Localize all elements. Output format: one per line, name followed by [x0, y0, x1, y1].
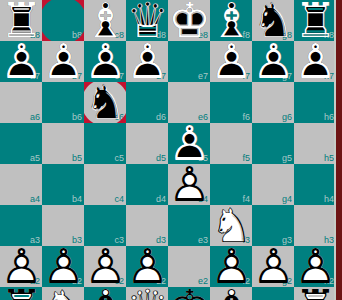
square-f5[interactable]: f5: [210, 123, 252, 164]
square-c2[interactable]: c2♟♙: [84, 246, 126, 287]
square-coordinate-label: g4: [282, 195, 292, 204]
square-c3[interactable]: c3: [84, 205, 126, 246]
square-d5[interactable]: d5: [126, 123, 168, 164]
square-coordinate-label: a7: [30, 72, 40, 81]
square-a7[interactable]: a7♟♙: [0, 41, 42, 82]
square-d2[interactable]: d2♟♙: [126, 246, 168, 287]
square-coordinate-label: h7: [324, 72, 334, 81]
piece-glyph-outline: ♗: [84, 287, 127, 300]
square-coordinate-label: d8: [156, 31, 166, 40]
square-h6[interactable]: h6: [294, 82, 336, 123]
square-coordinate-label: b4: [72, 195, 82, 204]
square-e1[interactable]: e1♚♔: [168, 287, 210, 300]
square-b7[interactable]: b7♟♙: [42, 41, 84, 82]
square-g6[interactable]: g6: [252, 82, 294, 123]
square-coordinate-label: a5: [30, 154, 40, 163]
square-coordinate-label: b7: [72, 72, 82, 81]
square-c8[interactable]: c8♝♗: [84, 0, 126, 41]
square-f1[interactable]: f1♝♗: [210, 287, 252, 300]
square-coordinate-label: h4: [324, 195, 334, 204]
square-h2[interactable]: h2♟♙: [294, 246, 336, 287]
square-d7[interactable]: d7♟♙: [126, 41, 168, 82]
square-a3[interactable]: a3: [0, 205, 42, 246]
square-d1[interactable]: d1♛♕: [126, 287, 168, 300]
square-e2[interactable]: e2: [168, 246, 210, 287]
square-coordinate-label: c6: [114, 113, 124, 122]
square-c4[interactable]: c4: [84, 164, 126, 205]
square-coordinate-label: a4: [30, 195, 40, 204]
piece-glyph-fill: ♜: [0, 287, 43, 300]
square-g4[interactable]: g4: [252, 164, 294, 205]
square-coordinate-label: e2: [198, 277, 208, 286]
piece-white-rook: ♜♖: [0, 287, 42, 300]
piece-white-bishop: ♝♗: [210, 287, 252, 300]
square-e5[interactable]: e5♟♙: [168, 123, 210, 164]
square-e3[interactable]: e3: [168, 205, 210, 246]
square-coordinate-label: a8: [30, 31, 40, 40]
piece-glyph-fill: ♜: [294, 287, 337, 300]
square-coordinate-label: d6: [156, 113, 166, 122]
square-e6[interactable]: e6: [168, 82, 210, 123]
piece-glyph-outline: ♖: [0, 287, 43, 300]
square-coordinate-label: a3: [30, 236, 40, 245]
square-coordinate-label: d5: [156, 154, 166, 163]
square-d3[interactable]: d3: [126, 205, 168, 246]
square-coordinate-label: c5: [114, 154, 124, 163]
square-b3[interactable]: b3: [42, 205, 84, 246]
square-d4[interactable]: d4: [126, 164, 168, 205]
square-b5[interactable]: b5: [42, 123, 84, 164]
square-h1[interactable]: h1♜♖: [294, 287, 336, 300]
square-coordinate-label: e5: [198, 154, 208, 163]
chess-board: a8♜♖b8c8♝♗d8♛♕e8♚♔f8♝♗g8♞♘h8♜♖a7♟♙b7♟♙c7…: [0, 0, 336, 300]
square-coordinate-label: c4: [114, 195, 124, 204]
square-coordinate-label: f3: [242, 236, 250, 245]
piece-white-rook: ♜♖: [294, 287, 336, 300]
piece-glyph-outline: ♔: [168, 287, 211, 300]
piece-glyph-outline: ♗: [210, 287, 253, 300]
window-background-strip: [336, 0, 342, 300]
piece-glyph-fill: ♞: [42, 287, 85, 300]
square-coordinate-label: h6: [324, 113, 334, 122]
square-f6[interactable]: f6: [210, 82, 252, 123]
square-coordinate-label: f4: [242, 195, 250, 204]
piece-glyph-fill: ♛: [126, 287, 169, 300]
square-coordinate-label: b2: [72, 277, 82, 286]
square-h8[interactable]: h8♜♖: [294, 0, 336, 41]
piece-glyph-outline: ♖: [294, 287, 337, 300]
piece-glyph-fill: ♚: [168, 287, 211, 300]
square-h5[interactable]: h5: [294, 123, 336, 164]
square-coordinate-label: f8: [242, 31, 250, 40]
square-b1[interactable]: b1♞♘: [42, 287, 84, 300]
square-coordinate-label: e3: [198, 236, 208, 245]
square-g3[interactable]: g3: [252, 205, 294, 246]
square-coordinate-label: d3: [156, 236, 166, 245]
square-coordinate-label: c7: [114, 72, 124, 81]
chess-window: a8♜♖b8c8♝♗d8♛♕e8♚♔f8♝♗g8♞♘h8♜♖a7♟♙b7♟♙c7…: [0, 0, 342, 300]
square-b2[interactable]: b2♟♙: [42, 246, 84, 287]
square-coordinate-label: h2: [324, 277, 334, 286]
square-coordinate-label: f7: [242, 72, 250, 81]
square-coordinate-label: a2: [30, 277, 40, 286]
square-h3[interactable]: h3: [294, 205, 336, 246]
square-coordinate-label: g2: [282, 277, 292, 286]
square-a4[interactable]: a4: [0, 164, 42, 205]
square-b4[interactable]: b4: [42, 164, 84, 205]
square-coordinate-label: d4: [156, 195, 166, 204]
square-c6[interactable]: c6♞♘: [84, 82, 126, 123]
square-coordinate-label: f2: [242, 277, 250, 286]
square-coordinate-label: c8: [114, 31, 124, 40]
piece-glyph-outline: ♕: [126, 287, 169, 300]
square-a8[interactable]: a8♜♖: [0, 0, 42, 41]
square-e7[interactable]: e7: [168, 41, 210, 82]
square-b8[interactable]: b8: [42, 0, 84, 41]
square-coordinate-label: f6: [242, 113, 250, 122]
square-coordinate-label: c2: [114, 277, 124, 286]
square-f4[interactable]: f4: [210, 164, 252, 205]
square-coordinate-label: b8: [72, 31, 82, 40]
square-coordinate-label: a6: [30, 113, 40, 122]
square-b6[interactable]: b6: [42, 82, 84, 123]
square-coordinate-label: d2: [156, 277, 166, 286]
square-coordinate-label: f5: [242, 154, 250, 163]
square-d6[interactable]: d6: [126, 82, 168, 123]
square-coordinate-label: g3: [282, 236, 292, 245]
square-a1[interactable]: a1♜♖: [0, 287, 42, 300]
square-c1[interactable]: c1♝♗: [84, 287, 126, 300]
square-coordinate-label: g5: [282, 154, 292, 163]
square-g5[interactable]: g5: [252, 123, 294, 164]
square-c5[interactable]: c5: [84, 123, 126, 164]
square-coordinate-label: e8: [198, 31, 208, 40]
square-c7[interactable]: c7♟♙: [84, 41, 126, 82]
square-coordinate-label: b6: [72, 113, 82, 122]
square-coordinate-label: d7: [156, 72, 166, 81]
piece-white-king: ♚♔: [168, 287, 210, 300]
square-g7[interactable]: g7♟♙: [252, 41, 294, 82]
piece-glyph-fill: ♝: [84, 287, 127, 300]
square-coordinate-label: e4: [198, 195, 208, 204]
square-g8[interactable]: g8♞♘: [252, 0, 294, 41]
square-f8[interactable]: f8♝♗: [210, 0, 252, 41]
piece-glyph-fill: ♝: [210, 287, 253, 300]
square-f3[interactable]: f3♞♘: [210, 205, 252, 246]
square-coordinate-label: b3: [72, 236, 82, 245]
square-h4[interactable]: h4: [294, 164, 336, 205]
square-g1[interactable]: g1: [252, 287, 294, 300]
square-coordinate-label: g7: [282, 72, 292, 81]
square-coordinate-label: e7: [198, 72, 208, 81]
square-d8[interactable]: d8♛♕: [126, 0, 168, 41]
square-a5[interactable]: a5: [0, 123, 42, 164]
square-e4[interactable]: e4♟♙: [168, 164, 210, 205]
square-coordinate-label: e6: [198, 113, 208, 122]
square-coordinate-label: c3: [114, 236, 124, 245]
square-coordinate-label: h3: [324, 236, 334, 245]
square-coordinate-label: g8: [282, 31, 292, 40]
square-a2[interactable]: a2♟♙: [0, 246, 42, 287]
piece-white-knight: ♞♘: [42, 287, 84, 300]
piece-white-bishop: ♝♗: [84, 287, 126, 300]
square-a6[interactable]: a6: [0, 82, 42, 123]
square-f2[interactable]: f2♟♙: [210, 246, 252, 287]
square-e8[interactable]: e8♚♔: [168, 0, 210, 41]
piece-white-queen: ♛♕: [126, 287, 168, 300]
square-coordinate-label: g6: [282, 113, 292, 122]
square-coordinate-label: b5: [72, 154, 82, 163]
square-coordinate-label: h8: [324, 31, 334, 40]
square-coordinate-label: h5: [324, 154, 334, 163]
piece-glyph-outline: ♘: [42, 287, 85, 300]
square-h7[interactable]: h7♟♙: [294, 41, 336, 82]
square-f7[interactable]: f7♟♙: [210, 41, 252, 82]
square-g2[interactable]: g2♟♙: [252, 246, 294, 287]
